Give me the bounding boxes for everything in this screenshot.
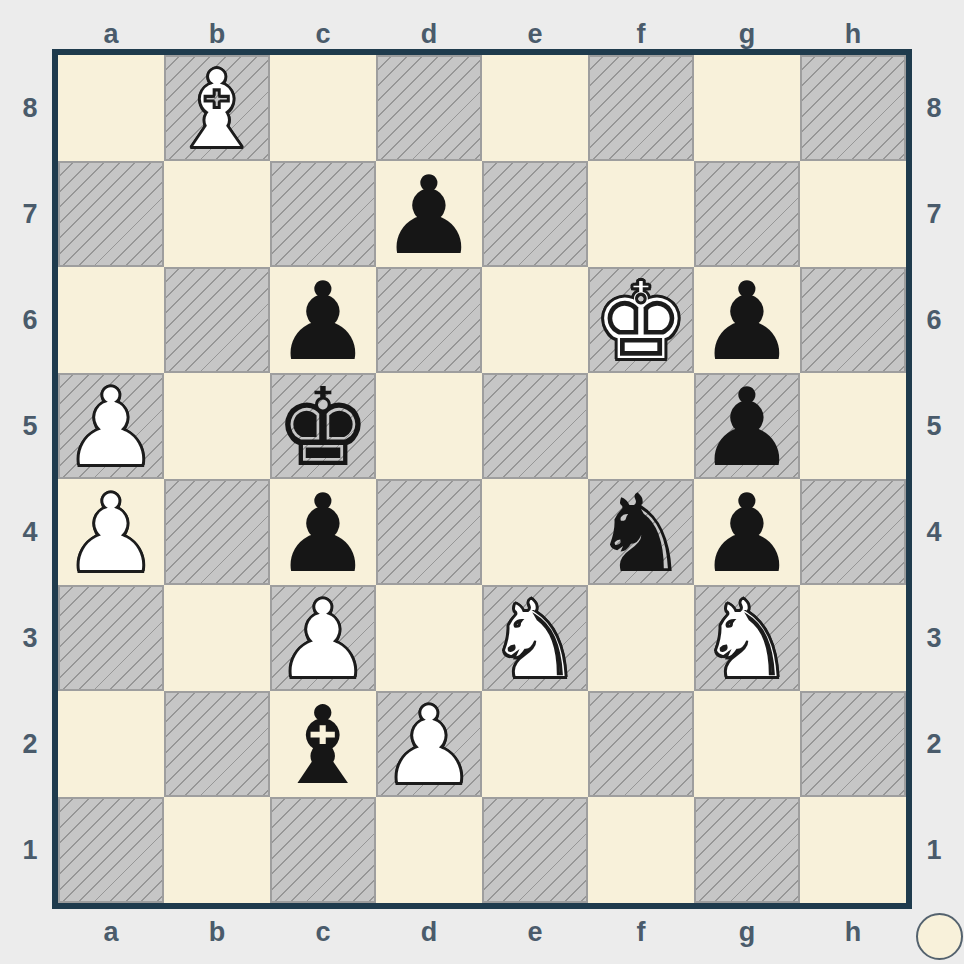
rank-label-6: 6 [14,267,46,373]
square-h8[interactable] [800,55,906,161]
square-e4[interactable] [482,479,588,585]
square-b3[interactable] [164,585,270,691]
rank-label-5: 5 [918,373,950,479]
square-h7[interactable] [800,161,906,267]
square-e8[interactable] [482,55,588,161]
square-f3[interactable] [588,585,694,691]
square-e1[interactable] [482,797,588,903]
square-f6[interactable]: ♚ [588,267,694,373]
square-d6[interactable] [376,267,482,373]
file-label-a: a [58,18,164,50]
file-label-d: d [376,916,482,948]
file-label-h: h [800,916,906,948]
square-a4[interactable]: ♟ [58,479,164,585]
file-label-f: f [588,916,694,948]
black-bishop[interactable]: ♝ [270,693,376,799]
square-a8[interactable] [58,55,164,161]
black-pawn[interactable]: ♟ [694,269,800,375]
square-g8[interactable] [694,55,800,161]
square-g6[interactable]: ♟ [694,267,800,373]
square-c4[interactable]: ♟ [270,479,376,585]
white-bishop[interactable]: ♝ [164,57,270,163]
square-f7[interactable] [588,161,694,267]
square-b8[interactable]: ♝ [164,55,270,161]
rank-label-8: 8 [14,55,46,161]
file-label-e: e [482,916,588,948]
square-c8[interactable] [270,55,376,161]
square-d7[interactable]: ♟ [376,161,482,267]
file-label-b: b [164,916,270,948]
rank-label-3: 3 [918,585,950,691]
square-d8[interactable] [376,55,482,161]
white-pawn[interactable]: ♟ [376,693,482,799]
file-label-b: b [164,18,270,50]
square-g5[interactable]: ♟ [694,373,800,479]
square-g4[interactable]: ♟ [694,479,800,585]
square-f5[interactable] [588,373,694,479]
square-b6[interactable] [164,267,270,373]
square-f2[interactable] [588,691,694,797]
rank-label-7: 7 [14,161,46,267]
square-b1[interactable] [164,797,270,903]
square-g7[interactable] [694,161,800,267]
black-king[interactable]: ♚ [270,375,376,481]
rank-label-4: 4 [14,479,46,585]
square-c5[interactable]: ♚ [270,373,376,479]
square-a5[interactable]: ♟ [58,373,164,479]
rank-label-4: 4 [918,479,950,585]
rank-label-8: 8 [918,55,950,161]
square-g1[interactable] [694,797,800,903]
square-d5[interactable] [376,373,482,479]
black-pawn[interactable]: ♟ [376,163,482,269]
square-e2[interactable] [482,691,588,797]
chess-board-page: abcdefgh 87654321 ♝♟♟♚♟♟♚♟♟♟♞♟♟♞♞♝♟ 8765… [0,0,964,964]
rank-label-7: 7 [918,161,950,267]
file-label-a: a [58,916,164,948]
file-label-h: h [800,18,906,50]
white-knight[interactable]: ♞ [482,587,588,693]
square-h4[interactable] [800,479,906,585]
white-pawn[interactable]: ♟ [58,481,164,587]
chess-board: ♝♟♟♚♟♟♚♟♟♟♞♟♟♞♞♝♟ [52,49,912,909]
rank-label-6: 6 [918,267,950,373]
square-f8[interactable] [588,55,694,161]
rank-labels-left: 87654321 [14,55,46,903]
square-a3[interactable] [58,585,164,691]
board-grid: ♝♟♟♚♟♟♚♟♟♟♞♟♟♞♞♝♟ [58,55,906,903]
rank-label-1: 1 [918,797,950,903]
square-g2[interactable] [694,691,800,797]
square-h3[interactable] [800,585,906,691]
file-label-g: g [694,18,800,50]
square-d3[interactable] [376,585,482,691]
square-c7[interactable] [270,161,376,267]
rank-label-5: 5 [14,373,46,479]
black-pawn[interactable]: ♟ [694,481,800,587]
file-label-f: f [588,18,694,50]
white-pawn[interactable]: ♟ [58,375,164,481]
square-d2[interactable]: ♟ [376,691,482,797]
square-d1[interactable] [376,797,482,903]
square-b7[interactable] [164,161,270,267]
file-label-d: d [376,18,482,50]
rank-label-1: 1 [14,797,46,903]
square-h5[interactable] [800,373,906,479]
square-c2[interactable]: ♝ [270,691,376,797]
file-label-c: c [270,916,376,948]
file-labels-bottom: abcdefgh [58,916,906,948]
square-g3[interactable]: ♞ [694,585,800,691]
square-a2[interactable] [58,691,164,797]
white-knight[interactable]: ♞ [694,587,800,693]
rank-label-2: 2 [918,691,950,797]
square-h2[interactable] [800,691,906,797]
white-to-move-indicator [916,913,963,960]
square-b2[interactable] [164,691,270,797]
square-c6[interactable]: ♟ [270,267,376,373]
square-c1[interactable] [270,797,376,903]
file-label-g: g [694,916,800,948]
file-label-e: e [482,18,588,50]
white-pawn[interactable]: ♟ [270,587,376,693]
file-label-c: c [270,18,376,50]
square-a6[interactable] [58,267,164,373]
square-a7[interactable] [58,161,164,267]
square-e3[interactable]: ♞ [482,585,588,691]
square-c3[interactable]: ♟ [270,585,376,691]
black-knight[interactable]: ♞ [588,481,694,587]
square-e5[interactable] [482,373,588,479]
square-f4[interactable]: ♞ [588,479,694,585]
black-pawn[interactable]: ♟ [270,481,376,587]
square-f1[interactable] [588,797,694,903]
black-pawn[interactable]: ♟ [694,375,800,481]
square-e7[interactable] [482,161,588,267]
square-h6[interactable] [800,267,906,373]
rank-label-2: 2 [14,691,46,797]
black-pawn[interactable]: ♟ [270,269,376,375]
square-h1[interactable] [800,797,906,903]
square-e6[interactable] [482,267,588,373]
square-b4[interactable] [164,479,270,585]
file-labels-top: abcdefgh [58,18,906,50]
rank-label-3: 3 [14,585,46,691]
white-king[interactable]: ♚ [588,269,694,375]
square-d4[interactable] [376,479,482,585]
rank-labels-right: 87654321 [918,55,950,903]
square-a1[interactable] [58,797,164,903]
square-b5[interactable] [164,373,270,479]
